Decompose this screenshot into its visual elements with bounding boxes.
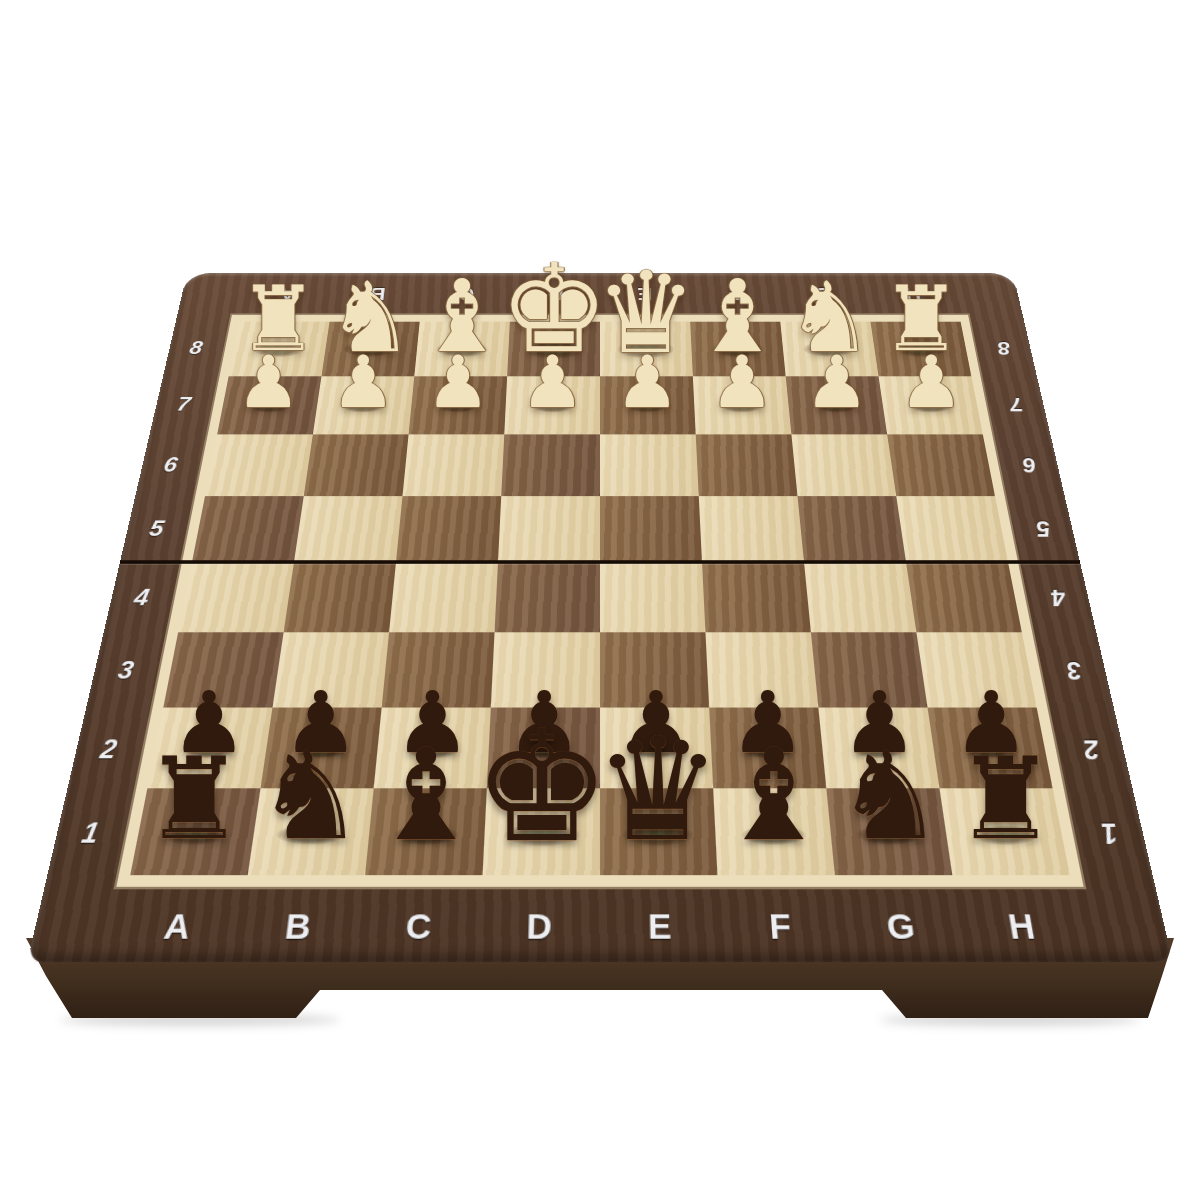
piece-black-knight-g1[interactable]: ♞: [835, 735, 944, 857]
piece-black-king-d1[interactable]: ♚: [473, 710, 611, 864]
rank-label-left-2: 2: [98, 733, 121, 763]
rank-label-left-4: 4: [132, 584, 153, 610]
rank-label-left-3: 3: [116, 656, 138, 684]
piece-black-knight-b1[interactable]: ♞: [255, 735, 364, 857]
piece-white-pawn-b7[interactable]: ♟: [331, 346, 396, 418]
piece-black-rook-a1[interactable]: ♜: [144, 742, 245, 855]
square-f6[interactable]: [696, 434, 798, 496]
file-label-bottom-h: H: [1005, 906, 1039, 948]
file-label-bottom-c: C: [404, 906, 434, 948]
square-g6[interactable]: [791, 434, 896, 496]
piece-white-pawn-h7[interactable]: ♟: [899, 346, 964, 418]
square-e6[interactable]: [600, 434, 699, 496]
square-f4[interactable]: [702, 562, 811, 632]
file-label-bottom-b: B: [283, 906, 315, 948]
square-h5[interactable]: [896, 496, 1008, 562]
rank-label-right-5: 5: [1033, 516, 1053, 541]
piece-white-pawn-a7[interactable]: ♟: [236, 346, 301, 418]
square-h6[interactable]: [887, 434, 995, 496]
file-label-bottom-a: A: [161, 906, 195, 948]
square-c5[interactable]: [396, 496, 501, 562]
rank-label-left-5: 5: [147, 516, 167, 541]
rank-label-left-7: 7: [175, 393, 194, 415]
piece-white-pawn-f7[interactable]: ♟: [710, 346, 775, 418]
rank-label-left-8: 8: [188, 337, 206, 358]
square-d4[interactable]: [495, 562, 600, 632]
square-b4[interactable]: [284, 562, 396, 632]
chess-set-photo: Angled product photo of a folding wooden…: [0, 0, 1200, 1200]
file-label-bottom-f: F: [768, 906, 794, 948]
piece-black-rook-h1[interactable]: ♜: [955, 742, 1056, 855]
square-d6[interactable]: [501, 434, 600, 496]
square-f5[interactable]: [699, 496, 804, 562]
square-c6[interactable]: [402, 434, 504, 496]
file-label-bottom-e: E: [648, 906, 674, 948]
rank-label-right-7: 7: [1006, 393, 1025, 415]
square-d5[interactable]: [498, 496, 600, 562]
rank-label-right-1: 1: [1097, 817, 1121, 850]
square-a4[interactable]: [178, 562, 294, 632]
square-e4[interactable]: [600, 562, 705, 632]
square-c4[interactable]: [389, 562, 498, 632]
square-b5[interactable]: [294, 496, 402, 562]
piece-white-pawn-c7[interactable]: ♟: [426, 346, 491, 418]
square-a6[interactable]: [205, 434, 313, 496]
square-h4[interactable]: [906, 562, 1022, 632]
square-a5[interactable]: [192, 496, 304, 562]
piece-white-pawn-d7[interactable]: ♟: [520, 346, 585, 418]
file-label-bottom-d: D: [526, 906, 554, 948]
rank-label-right-6: 6: [1019, 453, 1038, 476]
piece-black-bishop-c1[interactable]: ♝: [369, 732, 483, 859]
square-b6[interactable]: [304, 434, 409, 496]
rank-label-left-1: 1: [79, 817, 103, 850]
piece-white-pawn-g7[interactable]: ♟: [804, 346, 869, 418]
rank-label-right-4: 4: [1047, 584, 1068, 610]
square-g5[interactable]: [798, 496, 906, 562]
piece-black-queen-e1[interactable]: ♛: [594, 719, 722, 862]
square-g4[interactable]: [804, 562, 916, 632]
rank-label-right-3: 3: [1063, 656, 1085, 684]
piece-black-bishop-f1[interactable]: ♝: [717, 732, 831, 859]
rank-label-left-6: 6: [162, 453, 181, 476]
piece-white-pawn-e7[interactable]: ♟: [615, 346, 680, 418]
square-e5[interactable]: [600, 496, 702, 562]
folding-hinge-seam: [120, 560, 1081, 564]
rank-label-right-8: 8: [994, 337, 1012, 358]
file-label-bottom-g: G: [885, 906, 919, 948]
rank-label-right-2: 2: [1079, 733, 1102, 763]
